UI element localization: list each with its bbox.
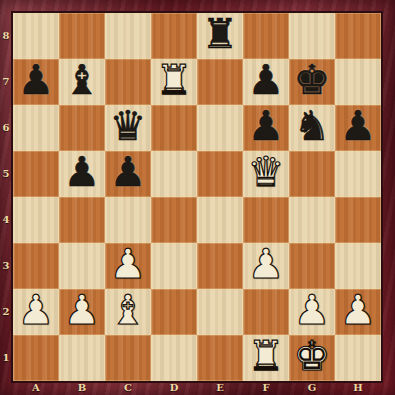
- square-e1[interactable]: [197, 335, 243, 381]
- square-b1[interactable]: [59, 335, 105, 381]
- piece-white-pawn[interactable]: ♟: [18, 290, 55, 331]
- piece-black-pawn[interactable]: ♟: [248, 106, 285, 147]
- square-h1[interactable]: [335, 335, 381, 381]
- square-b3[interactable]: [59, 243, 105, 289]
- square-d1[interactable]: [151, 335, 197, 381]
- piece-black-queen[interactable]: ♛: [110, 106, 147, 147]
- square-f5[interactable]: ♛: [243, 151, 289, 197]
- square-b4[interactable]: [59, 197, 105, 243]
- rank-label-2: 2: [0, 289, 12, 335]
- square-f1[interactable]: ♜: [243, 335, 289, 381]
- square-h5[interactable]: [335, 151, 381, 197]
- piece-black-bishop[interactable]: ♝: [64, 60, 101, 101]
- square-h8[interactable]: [335, 13, 381, 59]
- square-g1[interactable]: ♚: [289, 335, 335, 381]
- piece-white-king[interactable]: ♚: [294, 336, 331, 377]
- square-f4[interactable]: [243, 197, 289, 243]
- square-a4[interactable]: [13, 197, 59, 243]
- square-g5[interactable]: [289, 151, 335, 197]
- piece-white-pawn[interactable]: ♟: [64, 290, 101, 331]
- piece-black-pawn[interactable]: ♟: [110, 152, 147, 193]
- square-b5[interactable]: ♟: [59, 151, 105, 197]
- square-g3[interactable]: [289, 243, 335, 289]
- file-label-g: G: [289, 381, 335, 395]
- square-g4[interactable]: [289, 197, 335, 243]
- square-a3[interactable]: [13, 243, 59, 289]
- piece-black-pawn[interactable]: ♟: [340, 106, 377, 147]
- square-h2[interactable]: ♟: [335, 289, 381, 335]
- piece-white-pawn[interactable]: ♟: [294, 290, 331, 331]
- square-d8[interactable]: [151, 13, 197, 59]
- square-c3[interactable]: ♟: [105, 243, 151, 289]
- rank-label-4: 4: [0, 197, 12, 243]
- file-label-f: F: [243, 381, 289, 395]
- square-c8[interactable]: [105, 13, 151, 59]
- square-g2[interactable]: ♟: [289, 289, 335, 335]
- square-f6[interactable]: ♟: [243, 105, 289, 151]
- square-d5[interactable]: [151, 151, 197, 197]
- rank-label-7: 7: [0, 59, 12, 105]
- square-d2[interactable]: [151, 289, 197, 335]
- square-d6[interactable]: [151, 105, 197, 151]
- square-e5[interactable]: [197, 151, 243, 197]
- square-g7[interactable]: ♚: [289, 59, 335, 105]
- piece-black-rook[interactable]: ♜: [202, 14, 239, 55]
- file-label-e: E: [197, 381, 243, 395]
- rank-label-8: 8: [0, 13, 12, 59]
- square-b8[interactable]: [59, 13, 105, 59]
- square-f7[interactable]: ♟: [243, 59, 289, 105]
- square-h3[interactable]: [335, 243, 381, 289]
- square-e4[interactable]: [197, 197, 243, 243]
- square-a1[interactable]: [13, 335, 59, 381]
- square-c4[interactable]: [105, 197, 151, 243]
- rank-label-5: 5: [0, 151, 12, 197]
- piece-black-pawn[interactable]: ♟: [248, 60, 285, 101]
- chess-board: ♜♟♝♜♟♚♛♟♞♟♟♟♛♟♟♟♟♝♟♟♜♚: [13, 13, 381, 381]
- square-e8[interactable]: ♜: [197, 13, 243, 59]
- piece-white-rook[interactable]: ♜: [156, 60, 193, 101]
- square-e6[interactable]: [197, 105, 243, 151]
- square-a8[interactable]: [13, 13, 59, 59]
- piece-white-queen[interactable]: ♛: [248, 152, 285, 193]
- rank-label-3: 3: [0, 243, 12, 289]
- piece-white-pawn[interactable]: ♟: [340, 290, 377, 331]
- square-f3[interactable]: ♟: [243, 243, 289, 289]
- piece-black-king[interactable]: ♚: [294, 60, 331, 101]
- square-e7[interactable]: [197, 59, 243, 105]
- square-c1[interactable]: [105, 335, 151, 381]
- square-c2[interactable]: ♝: [105, 289, 151, 335]
- square-h4[interactable]: [335, 197, 381, 243]
- square-c6[interactable]: ♛: [105, 105, 151, 151]
- piece-white-rook[interactable]: ♜: [248, 336, 285, 377]
- square-b7[interactable]: ♝: [59, 59, 105, 105]
- square-a7[interactable]: ♟: [13, 59, 59, 105]
- square-d4[interactable]: [151, 197, 197, 243]
- file-label-c: C: [105, 381, 151, 395]
- piece-white-bishop[interactable]: ♝: [110, 290, 147, 331]
- rank-label-6: 6: [0, 105, 12, 151]
- piece-black-pawn[interactable]: ♟: [18, 60, 55, 101]
- square-e3[interactable]: [197, 243, 243, 289]
- rank-label-1: 1: [0, 335, 12, 381]
- file-label-a: A: [13, 381, 59, 395]
- square-g6[interactable]: ♞: [289, 105, 335, 151]
- board-frame: ♜♟♝♜♟♚♛♟♞♟♟♟♛♟♟♟♟♝♟♟♜♚ 8 7 6 5 4 3 2 1 A…: [0, 0, 395, 395]
- square-a6[interactable]: [13, 105, 59, 151]
- file-label-d: D: [151, 381, 197, 395]
- square-d3[interactable]: [151, 243, 197, 289]
- square-h6[interactable]: ♟: [335, 105, 381, 151]
- file-label-h: H: [335, 381, 381, 395]
- square-f2[interactable]: [243, 289, 289, 335]
- square-b6[interactable]: [59, 105, 105, 151]
- square-f8[interactable]: [243, 13, 289, 59]
- piece-black-pawn[interactable]: ♟: [64, 152, 101, 193]
- piece-white-pawn[interactable]: ♟: [110, 244, 147, 285]
- square-e2[interactable]: [197, 289, 243, 335]
- file-label-b: B: [59, 381, 105, 395]
- square-d7[interactable]: ♜: [151, 59, 197, 105]
- square-c7[interactable]: [105, 59, 151, 105]
- square-h7[interactable]: [335, 59, 381, 105]
- square-a5[interactable]: [13, 151, 59, 197]
- square-c5[interactable]: ♟: [105, 151, 151, 197]
- square-b2[interactable]: ♟: [59, 289, 105, 335]
- piece-white-pawn[interactable]: ♟: [248, 244, 285, 285]
- square-a2[interactable]: ♟: [13, 289, 59, 335]
- piece-black-knight[interactable]: ♞: [294, 106, 331, 147]
- square-g8[interactable]: [289, 13, 335, 59]
